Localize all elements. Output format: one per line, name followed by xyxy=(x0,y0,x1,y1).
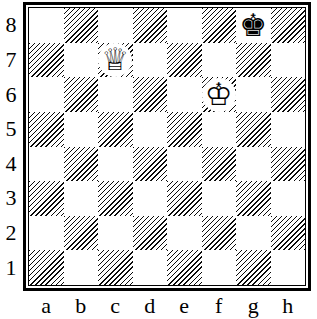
square-h5[interactable] xyxy=(271,112,306,147)
square-d3[interactable] xyxy=(133,181,168,216)
square-f7[interactable] xyxy=(202,43,237,78)
rank-label-6: 6 xyxy=(0,77,22,112)
file-label-e: e xyxy=(167,292,202,319)
rank-label-8: 8 xyxy=(0,8,22,43)
square-a3[interactable] xyxy=(29,181,64,216)
square-h3[interactable] xyxy=(271,181,306,216)
white-king-f6[interactable]: ♔ xyxy=(203,79,235,111)
rank-label-3: 3 xyxy=(0,181,22,216)
square-d5[interactable] xyxy=(133,112,168,147)
file-label-b: b xyxy=(64,292,99,319)
rank-label-7: 7 xyxy=(0,43,22,78)
square-h1[interactable] xyxy=(271,250,306,285)
square-f4[interactable] xyxy=(202,147,237,182)
square-h4[interactable] xyxy=(271,147,306,182)
square-d4[interactable] xyxy=(133,147,168,182)
square-b5[interactable] xyxy=(64,112,99,147)
square-a2[interactable] xyxy=(29,216,64,251)
square-e2[interactable] xyxy=(167,216,202,251)
square-g1[interactable] xyxy=(236,250,271,285)
square-b1[interactable] xyxy=(64,250,99,285)
rank-label-5: 5 xyxy=(0,112,22,147)
square-d6[interactable] xyxy=(133,77,168,112)
chess-diagram: 87654321 ♚♕♔ abcdefgh xyxy=(0,0,317,319)
square-c2[interactable] xyxy=(98,216,133,251)
file-label-g: g xyxy=(236,292,271,319)
square-h7[interactable] xyxy=(271,43,306,78)
file-label-c: c xyxy=(98,292,133,319)
square-c5[interactable] xyxy=(98,112,133,147)
rank-labels: 87654321 xyxy=(0,8,22,285)
square-a1[interactable] xyxy=(29,250,64,285)
square-e8[interactable] xyxy=(167,8,202,43)
square-g4[interactable] xyxy=(236,147,271,182)
square-d2[interactable] xyxy=(133,216,168,251)
black-king-g8[interactable]: ♚ xyxy=(237,9,269,41)
square-h6[interactable] xyxy=(271,77,306,112)
file-label-a: a xyxy=(29,292,64,319)
square-h2[interactable] xyxy=(271,216,306,251)
file-label-h: h xyxy=(271,292,306,319)
square-c8[interactable] xyxy=(98,8,133,43)
square-f3[interactable] xyxy=(202,181,237,216)
square-g3[interactable] xyxy=(236,181,271,216)
square-f1[interactable] xyxy=(202,250,237,285)
square-d8[interactable] xyxy=(133,8,168,43)
square-a7[interactable] xyxy=(29,43,64,78)
square-h8[interactable] xyxy=(271,8,306,43)
square-b8[interactable] xyxy=(64,8,99,43)
square-a5[interactable] xyxy=(29,112,64,147)
square-e5[interactable] xyxy=(167,112,202,147)
rank-label-1: 1 xyxy=(0,250,22,285)
square-c4[interactable] xyxy=(98,147,133,182)
square-c6[interactable] xyxy=(98,77,133,112)
square-d7[interactable] xyxy=(133,43,168,78)
square-b4[interactable] xyxy=(64,147,99,182)
square-e6[interactable] xyxy=(167,77,202,112)
square-f5[interactable] xyxy=(202,112,237,147)
square-e1[interactable] xyxy=(167,250,202,285)
square-b6[interactable] xyxy=(64,77,99,112)
rank-label-2: 2 xyxy=(0,216,22,251)
square-c7[interactable]: ♕ xyxy=(98,43,133,78)
square-g8[interactable]: ♚ xyxy=(236,8,271,43)
square-c1[interactable] xyxy=(98,250,133,285)
square-g2[interactable] xyxy=(236,216,271,251)
square-c3[interactable] xyxy=(98,181,133,216)
file-label-d: d xyxy=(133,292,168,319)
square-e3[interactable] xyxy=(167,181,202,216)
square-g6[interactable] xyxy=(236,77,271,112)
square-a6[interactable] xyxy=(29,77,64,112)
square-b3[interactable] xyxy=(64,181,99,216)
square-f8[interactable] xyxy=(202,8,237,43)
square-f6[interactable]: ♔ xyxy=(202,77,237,112)
file-label-f: f xyxy=(202,292,237,319)
square-g5[interactable] xyxy=(236,112,271,147)
square-d1[interactable] xyxy=(133,250,168,285)
square-f2[interactable] xyxy=(202,216,237,251)
square-e4[interactable] xyxy=(167,147,202,182)
square-b2[interactable] xyxy=(64,216,99,251)
square-a8[interactable] xyxy=(29,8,64,43)
square-g7[interactable] xyxy=(236,43,271,78)
square-e7[interactable] xyxy=(167,43,202,78)
board: ♚♕♔ xyxy=(28,7,306,286)
square-a4[interactable] xyxy=(29,147,64,182)
square-b7[interactable] xyxy=(64,43,99,78)
file-labels: abcdefgh xyxy=(29,292,305,319)
board-frame: ♚♕♔ xyxy=(23,2,311,291)
white-queen-c7[interactable]: ♕ xyxy=(99,44,131,76)
rank-label-4: 4 xyxy=(0,147,22,182)
